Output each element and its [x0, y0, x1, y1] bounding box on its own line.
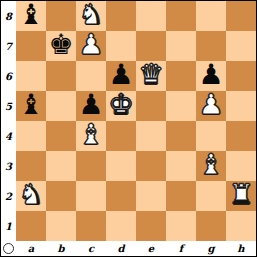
- square-c7[interactable]: ♟︎: [76, 31, 106, 61]
- square-g2[interactable]: [196, 181, 226, 211]
- square-d5[interactable]: ♚︎: [106, 91, 136, 121]
- chess-diagram: 8♝︎♞︎7♚︎♟︎6♟︎♛︎♟︎5♝︎♟︎♚︎♟︎4♝︎3♝︎2♞︎♜︎1ab…: [0, 0, 257, 257]
- square-g5[interactable]: ♟︎: [196, 91, 226, 121]
- square-e7[interactable]: [136, 31, 166, 61]
- square-b4[interactable]: [46, 121, 76, 151]
- black-pawn-c5[interactable]: ♟︎: [78, 91, 103, 119]
- square-c1[interactable]: [76, 211, 106, 241]
- square-e8[interactable]: [136, 1, 166, 31]
- square-e4[interactable]: [136, 121, 166, 151]
- square-a3[interactable]: [16, 151, 46, 181]
- black-king-b7[interactable]: ♚︎: [48, 31, 73, 59]
- white-bishop-g3[interactable]: ♝︎: [198, 151, 223, 179]
- square-b1[interactable]: [46, 211, 76, 241]
- square-g4[interactable]: [196, 121, 226, 151]
- square-e2[interactable]: [136, 181, 166, 211]
- square-c2[interactable]: [76, 181, 106, 211]
- square-h8[interactable]: [226, 1, 256, 31]
- square-c8[interactable]: ♞︎: [76, 1, 106, 31]
- rank-label-6: 6: [1, 61, 16, 91]
- rank-label-7: 7: [1, 31, 16, 61]
- square-h6[interactable]: [226, 61, 256, 91]
- square-f5[interactable]: [166, 91, 196, 121]
- white-pawn-g5[interactable]: ♟︎: [198, 91, 223, 119]
- square-a7[interactable]: [16, 31, 46, 61]
- square-e6[interactable]: ♛︎: [136, 61, 166, 91]
- square-b3[interactable]: [46, 151, 76, 181]
- file-label-e: e: [136, 241, 166, 256]
- square-h4[interactable]: [226, 121, 256, 151]
- square-f6[interactable]: [166, 61, 196, 91]
- square-d2[interactable]: [106, 181, 136, 211]
- file-label-b: b: [46, 241, 76, 256]
- square-f7[interactable]: [166, 31, 196, 61]
- square-g6[interactable]: ♟︎: [196, 61, 226, 91]
- square-f4[interactable]: [166, 121, 196, 151]
- file-label-h: h: [226, 241, 256, 256]
- square-d8[interactable]: [106, 1, 136, 31]
- black-pawn-g6[interactable]: ♟︎: [198, 61, 223, 89]
- square-h3[interactable]: [226, 151, 256, 181]
- rank-label-1: 1: [1, 211, 16, 241]
- square-g1[interactable]: [196, 211, 226, 241]
- square-a1[interactable]: [16, 211, 46, 241]
- file-label-g: g: [196, 241, 226, 256]
- square-c5[interactable]: ♟︎: [76, 91, 106, 121]
- square-h2[interactable]: ♜︎: [226, 181, 256, 211]
- square-g3[interactable]: ♝︎: [196, 151, 226, 181]
- rank-label-5: 5: [1, 91, 16, 121]
- square-b2[interactable]: [46, 181, 76, 211]
- square-b6[interactable]: [46, 61, 76, 91]
- square-d3[interactable]: [106, 151, 136, 181]
- square-e1[interactable]: [136, 211, 166, 241]
- file-label-d: d: [106, 241, 136, 256]
- square-d7[interactable]: [106, 31, 136, 61]
- square-g7[interactable]: [196, 31, 226, 61]
- rank-label-4: 4: [1, 121, 16, 151]
- black-bishop-a5[interactable]: ♝︎: [18, 91, 43, 119]
- black-pawn-d6[interactable]: ♟︎: [108, 61, 133, 89]
- square-a2[interactable]: ♞︎: [16, 181, 46, 211]
- square-f1[interactable]: [166, 211, 196, 241]
- chess-board: 8♝︎♞︎7♚︎♟︎6♟︎♛︎♟︎5♝︎♟︎♚︎♟︎4♝︎3♝︎2♞︎♜︎1ab…: [1, 1, 256, 256]
- square-f3[interactable]: [166, 151, 196, 181]
- turn-indicator-corner: [1, 241, 16, 256]
- square-c6[interactable]: [76, 61, 106, 91]
- square-h7[interactable]: [226, 31, 256, 61]
- square-f2[interactable]: [166, 181, 196, 211]
- black-bishop-a8[interactable]: ♝︎: [18, 1, 43, 29]
- white-queen-e6[interactable]: ♛︎: [138, 61, 163, 89]
- square-g8[interactable]: [196, 1, 226, 31]
- rank-label-8: 8: [1, 1, 16, 31]
- square-d4[interactable]: [106, 121, 136, 151]
- square-e3[interactable]: [136, 151, 166, 181]
- square-h1[interactable]: [226, 211, 256, 241]
- square-d6[interactable]: ♟︎: [106, 61, 136, 91]
- square-a8[interactable]: ♝︎: [16, 1, 46, 31]
- file-label-a: a: [16, 241, 46, 256]
- square-h5[interactable]: [226, 91, 256, 121]
- square-a5[interactable]: ♝︎: [16, 91, 46, 121]
- square-d1[interactable]: [106, 211, 136, 241]
- white-pawn-c7[interactable]: ♟︎: [78, 31, 103, 59]
- square-a4[interactable]: [16, 121, 46, 151]
- white-knight-c8[interactable]: ♞︎: [78, 1, 103, 29]
- white-bishop-c4[interactable]: ♝︎: [78, 121, 103, 149]
- square-f8[interactable]: [166, 1, 196, 31]
- square-e5[interactable]: [136, 91, 166, 121]
- file-label-f: f: [166, 241, 196, 256]
- rank-label-2: 2: [1, 181, 16, 211]
- rank-label-3: 3: [1, 151, 16, 181]
- white-rook-h2[interactable]: ♜︎: [228, 181, 253, 209]
- square-c3[interactable]: [76, 151, 106, 181]
- white-king-d5[interactable]: ♚︎: [108, 91, 133, 119]
- square-c4[interactable]: ♝︎: [76, 121, 106, 151]
- white-to-move-indicator-icon: [3, 243, 14, 254]
- square-b5[interactable]: [46, 91, 76, 121]
- square-b7[interactable]: ♚︎: [46, 31, 76, 61]
- white-knight-a2[interactable]: ♞︎: [18, 181, 43, 209]
- file-label-c: c: [76, 241, 106, 256]
- square-b8[interactable]: [46, 1, 76, 31]
- square-a6[interactable]: [16, 61, 46, 91]
